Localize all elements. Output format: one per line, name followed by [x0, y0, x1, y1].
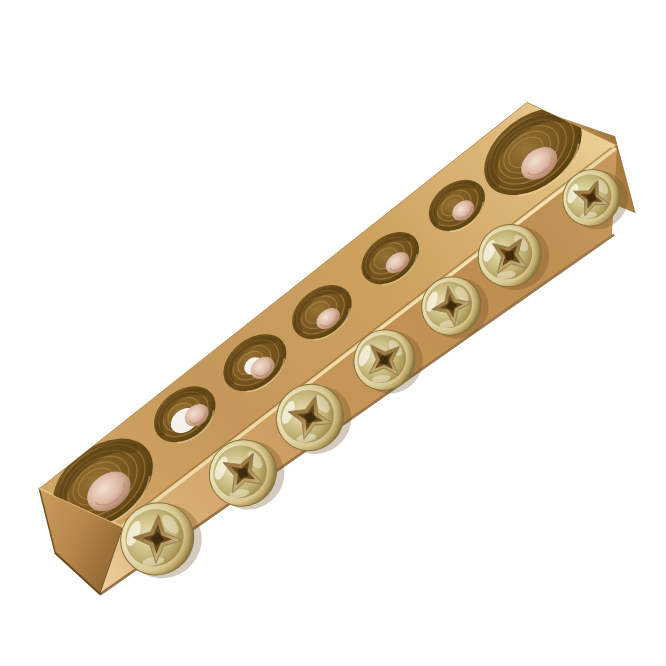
brass-bar [10, 72, 666, 626]
hole-row [33, 91, 603, 547]
photo-canvas [0, 0, 666, 666]
product-photo [0, 0, 666, 666]
